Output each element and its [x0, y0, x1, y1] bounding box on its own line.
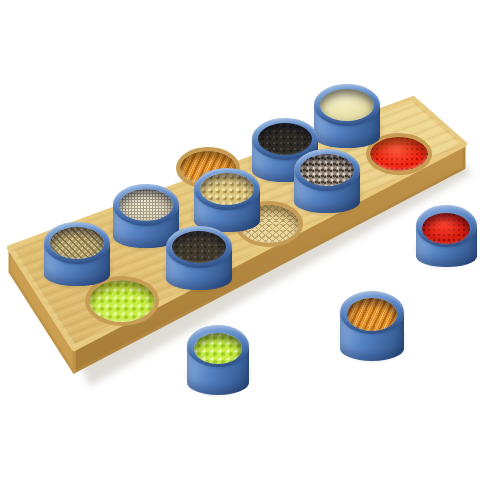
- cup-texture: [194, 333, 242, 365]
- scene: [0, 0, 500, 500]
- cup-texture: [50, 227, 104, 259]
- cup-brown-felt[interactable]: [166, 226, 232, 290]
- cup-burlap[interactable]: [44, 222, 110, 286]
- cup-texture: [119, 189, 173, 221]
- cup-rim: [416, 205, 477, 247]
- cup-orange-ribbed[interactable]: [340, 291, 404, 361]
- cup-honeycomb[interactable]: [194, 168, 260, 232]
- cup-red-velvet[interactable]: [416, 205, 477, 267]
- cup-rim: [44, 222, 110, 264]
- cup-green-sponge[interactable]: [187, 325, 249, 395]
- cup-rim: [113, 184, 179, 226]
- cup-texture: [422, 213, 470, 245]
- cup-texture: [320, 89, 374, 121]
- cup-texture: [347, 298, 397, 330]
- cup-texture: [200, 173, 254, 205]
- cup-cream-sponge[interactable]: [314, 84, 380, 148]
- cup-rim: [294, 149, 360, 191]
- cup-rim: [166, 226, 232, 268]
- cup-rim: [314, 84, 380, 126]
- cup-texture: [172, 231, 226, 263]
- cup-rim: [187, 325, 249, 367]
- cup-texture: [300, 154, 354, 186]
- cup-rim: [194, 168, 260, 210]
- cup-grey-speckle[interactable]: [294, 149, 360, 213]
- cup-rim: [340, 291, 404, 334]
